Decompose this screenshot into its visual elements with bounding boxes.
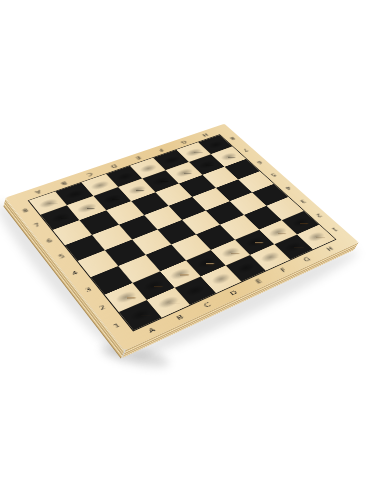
file-label-bottom-d: D [228, 289, 238, 296]
file-label-bottom-b: B [175, 314, 184, 321]
file-label-bottom-e: E [254, 278, 263, 284]
file-label-bottom-h: H [325, 246, 334, 252]
file-label-bottom-g: G [302, 256, 311, 263]
rank-label-left-1: 1 [112, 322, 121, 329]
rank-label-left-7: 7 [33, 222, 41, 228]
file-label-bottom-f: F [279, 267, 287, 273]
rank-label-left-8: 8 [21, 208, 29, 214]
playing-area: ♜♞♝♛♚♝♞♜♟♟♟♟♟♟♟♟♟♟♟♟♟♟♟♟♜♞♝♛♚♝♞♜ [27, 134, 336, 331]
rank-label-left-5: 5 [57, 253, 65, 259]
rank-label-left-6: 6 [45, 238, 53, 244]
rank-label-right-7: 7 [241, 148, 248, 153]
chess-board: ♜♞♝♛♚♝♞♜♟♟♟♟♟♟♟♟♟♟♟♟♟♟♟♟♜♞♝♛♚♝♞♜ AABBCCD… [5, 124, 359, 351]
rank-label-right-1: 1 [330, 227, 338, 233]
rank-label-right-5: 5 [269, 172, 277, 177]
file-label-bottom-a: A [147, 327, 157, 335]
rank-label-left-3: 3 [84, 287, 93, 294]
rank-label-right-6: 6 [255, 160, 263, 165]
photo-scene: ♜♞♝♛♚♝♞♜♟♟♟♟♟♟♟♟♟♟♟♟♟♟♟♟♜♞♝♛♚♝♞♜ AABBCCD… [0, 0, 381, 492]
square-a1: ♜ [118, 300, 161, 331]
rank-label-right-4: 4 [284, 185, 292, 190]
rank-label-left-4: 4 [70, 270, 79, 277]
rank-label-left-2: 2 [97, 304, 106, 311]
file-label-bottom-c: C [202, 301, 211, 308]
